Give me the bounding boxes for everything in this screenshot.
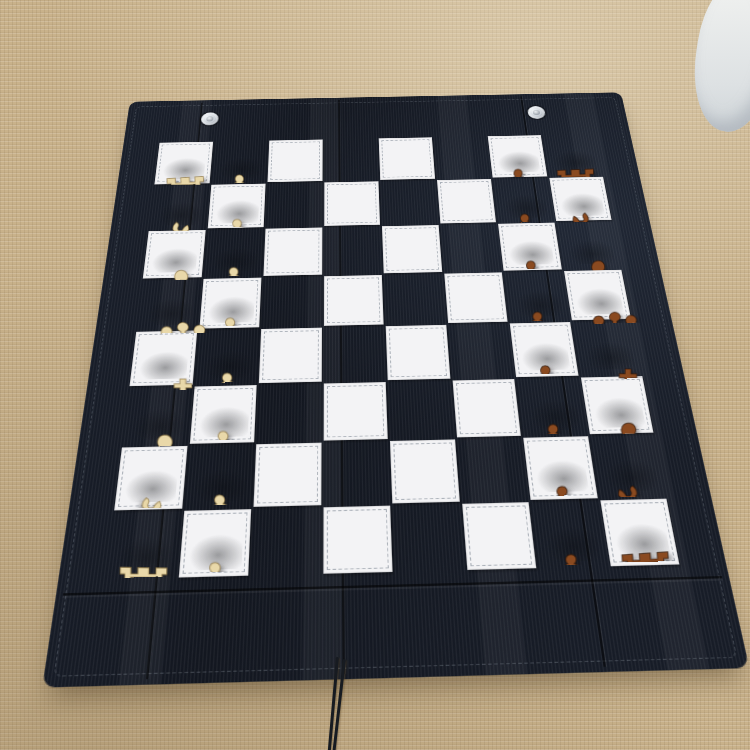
- square-e5: [386, 325, 450, 380]
- square-b8: ♞: [549, 176, 612, 221]
- black-queen-d8: ♛: [569, 306, 628, 307]
- black-rook-h8: ♜: [607, 545, 675, 550]
- square-h1: ♜: [104, 509, 182, 580]
- square-h8: ♜: [600, 498, 680, 566]
- square-g2: ♟: [183, 443, 255, 509]
- chess-mat: ♜♟♟♜♞♟♟♞♝♟♟♝♛♟♟♛♚♟♟♚♝♟♟♝♞♟♟♞♜♟♟♜: [42, 92, 749, 687]
- square-e4: [322, 325, 386, 382]
- square-b2: ♟: [207, 183, 265, 228]
- white-knight-g1: ♞: [116, 492, 183, 494]
- scene: ♜♟♟♜♞♟♟♞♝♟♟♝♛♟♟♛♚♟♟♚♝♟♟♝♞♟♟♞♜♟♟♜: [0, 0, 750, 750]
- square-f4: [323, 382, 388, 441]
- square-b4: [324, 181, 380, 226]
- square-c5: [382, 225, 442, 273]
- square-a2: ♟: [210, 140, 268, 184]
- white-rook-a1: ♜: [156, 171, 210, 174]
- square-d7: ♟: [503, 270, 571, 323]
- black-pawn-d7: ♟: [507, 308, 568, 309]
- white-pawn-c2: ♟: [203, 263, 263, 264]
- black-pawn-e7: ♟: [514, 360, 575, 363]
- square-g5: [390, 439, 459, 502]
- square-d5: [383, 272, 447, 325]
- white-pawn-h2: ♟: [180, 558, 249, 560]
- square-e1: ♚: [130, 330, 197, 385]
- square-e6: [447, 323, 515, 380]
- square-b3: [265, 181, 323, 228]
- photo-root: ♜♟♟♜♞♟♟♞♝♟♟♝♛♟♟♛♚♟♟♚♝♟♟♝♞♟♟♞♜♟♟♜: [0, 0, 750, 750]
- square-g4: [322, 440, 391, 506]
- black-pawn-g7: ♟: [529, 480, 595, 484]
- white-bishop-c1: ♝: [144, 264, 202, 265]
- square-b6: [437, 179, 496, 224]
- black-pawn-b7: ♟: [496, 209, 553, 213]
- square-a3: [267, 139, 322, 181]
- square-g6: [456, 437, 530, 502]
- white-rook-h1: ♜: [107, 560, 179, 561]
- square-h3: [249, 506, 322, 577]
- square-b1: ♞: [148, 184, 210, 231]
- square-d4: [323, 275, 383, 326]
- square-a7: ♟: [488, 135, 547, 177]
- black-bishop-f8: ♝: [587, 417, 650, 420]
- square-c6: [439, 223, 503, 272]
- white-queen-d1: ♛: [137, 315, 199, 318]
- square-g1: ♞: [114, 446, 187, 510]
- square-d3: [260, 275, 322, 328]
- square-d8: ♛: [564, 269, 632, 320]
- chess-board: ♜♟♟♜♞♟♟♞♝♟♟♝♛♟♟♛♚♟♟♚♝♟♟♝♞♟♟♞♜♟♟♜: [104, 133, 680, 580]
- square-f8: ♝: [580, 376, 653, 435]
- square-h2: ♟: [178, 509, 251, 578]
- square-f3: [255, 382, 322, 443]
- square-a6: [432, 136, 491, 180]
- white-pawn-b2: ♟: [208, 214, 264, 218]
- black-pawn-c7: ♟: [502, 257, 559, 258]
- square-a5: [379, 137, 435, 179]
- square-e3: [259, 328, 322, 383]
- square-b7: ♟: [492, 177, 555, 223]
- square-d6: [444, 272, 508, 323]
- square-h4: [323, 505, 393, 574]
- square-a8: ♜: [541, 133, 604, 176]
- white-knight-b1: ♞: [149, 217, 207, 218]
- square-g3: [254, 443, 321, 507]
- square-f1: ♝: [121, 385, 193, 446]
- square-c4: [323, 225, 383, 275]
- square-f5: [387, 379, 456, 440]
- black-pawn-h7: ♟: [535, 549, 606, 551]
- white-pawn-e2: ♟: [194, 368, 258, 371]
- white-pawn-g2: ♟: [184, 489, 253, 494]
- square-e8: ♚: [570, 320, 643, 376]
- square-b5: [379, 179, 439, 225]
- black-bishop-c8: ♝: [560, 255, 619, 259]
- square-c3: [263, 227, 321, 275]
- square-a4: [323, 138, 379, 182]
- square-h6: [462, 502, 537, 570]
- square-c7: ♟: [498, 223, 561, 271]
- square-h5: [391, 502, 466, 573]
- square-h7: ♟: [530, 499, 610, 570]
- black-king-e8: ♚: [577, 360, 640, 361]
- square-c1: ♝: [143, 230, 205, 278]
- square-e7: ♟: [510, 322, 578, 377]
- square-c2: ♟: [202, 228, 264, 278]
- white-bishop-f1: ♝: [123, 428, 189, 432]
- square-f6: [452, 379, 521, 438]
- square-a1: ♜: [154, 142, 212, 184]
- square-f7: ♟: [515, 376, 588, 437]
- square-d1: ♛: [135, 278, 202, 331]
- square-c8: ♝: [555, 221, 622, 270]
- square-g8: ♞: [588, 434, 667, 499]
- square-g7: ♟: [523, 436, 597, 499]
- black-rook-a8: ♜: [546, 164, 601, 166]
